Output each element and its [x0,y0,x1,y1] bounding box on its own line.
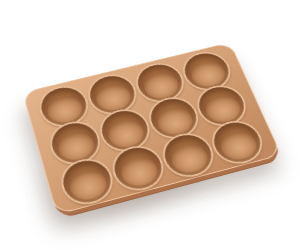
product-photo-scene [0,0,300,250]
cup-bottom [66,168,110,204]
cup-bottom [168,142,212,177]
cup-bottom [118,155,162,190]
cup-bottom [217,129,261,163]
